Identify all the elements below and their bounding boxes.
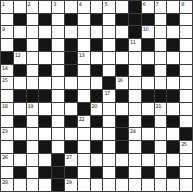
- cell-r12-c10[interactable]: [129, 154, 142, 167]
- cell-r2-c10-black: [129, 26, 142, 39]
- cell-r4-c13[interactable]: [167, 52, 180, 65]
- cell-r3-c4[interactable]: [52, 39, 65, 52]
- cell-r8-c1[interactable]: [14, 103, 27, 116]
- cell-r8-c13[interactable]: [167, 103, 180, 116]
- cell-r14-c3[interactable]: [39, 179, 52, 192]
- cell-r10-c13[interactable]: [167, 128, 180, 141]
- cell-r12-c1[interactable]: [14, 154, 27, 167]
- cell-r13-c12[interactable]: [155, 167, 168, 180]
- cell-r1-c1-black: [14, 14, 27, 27]
- cell-r7-c14[interactable]: [180, 90, 193, 103]
- cell-r1-c4[interactable]: [52, 14, 65, 27]
- cell-r0-c4[interactable]: 3: [52, 1, 65, 14]
- cell-r8-c2[interactable]: 19: [27, 103, 40, 116]
- cell-r5-c9-black: [116, 65, 129, 78]
- cell-r9-c14[interactable]: [180, 116, 193, 129]
- cell-r14-c11[interactable]: [142, 179, 155, 192]
- cell-r3-c6[interactable]: [78, 39, 91, 52]
- cell-r1-c3-black: [39, 14, 52, 27]
- cell-r7-c8[interactable]: 17: [103, 90, 116, 103]
- cell-r10-c12[interactable]: [155, 128, 168, 141]
- cell-r10-c9-black: [116, 128, 129, 141]
- cell-r5-c1-black: [14, 65, 27, 78]
- cell-r11-c2[interactable]: [27, 141, 40, 154]
- cell-r8-c6-black: [78, 103, 91, 116]
- cell-r14-c13[interactable]: [167, 179, 180, 192]
- cell-r8-c8[interactable]: [103, 103, 116, 116]
- cell-r0-c0[interactable]: 1: [1, 1, 14, 14]
- cell-r11-c8[interactable]: [103, 141, 116, 154]
- cell-r9-c11-black: [142, 116, 155, 129]
- cell-r1-c0[interactable]: [1, 14, 14, 27]
- cell-r10-c10[interactable]: 24: [129, 128, 142, 141]
- cell-r0-c2[interactable]: 2: [27, 1, 40, 14]
- clue-number-3: 3: [53, 1, 56, 7]
- cell-r13-c2[interactable]: [27, 167, 40, 180]
- cell-r2-c0[interactable]: 9: [1, 26, 14, 39]
- cell-r0-c1[interactable]: [14, 1, 27, 14]
- clue-number-27: 27: [66, 154, 71, 160]
- cell-r4-c14[interactable]: [180, 52, 193, 65]
- cell-r9-c8[interactable]: [103, 116, 116, 129]
- cell-r2-c7[interactable]: [91, 26, 104, 39]
- cell-r6-c6[interactable]: [78, 77, 91, 90]
- cell-r4-c7[interactable]: [91, 52, 104, 65]
- cell-r13-c13-black: [167, 167, 180, 180]
- cell-r13-c6[interactable]: [78, 167, 91, 180]
- cell-r9-c0[interactable]: [1, 116, 14, 129]
- cell-r7-c12-black: [155, 90, 168, 103]
- clue-number-6: 6: [143, 1, 146, 7]
- cell-r3-c1-black: [14, 39, 27, 52]
- cell-r4-c11[interactable]: [142, 52, 155, 65]
- cell-r10-c2[interactable]: [27, 128, 40, 141]
- cell-r13-c9-black: [116, 167, 129, 180]
- cell-r4-c2[interactable]: [27, 52, 40, 65]
- cell-r6-c10[interactable]: [129, 77, 142, 90]
- cell-r13-c4-black: [52, 167, 65, 180]
- cell-r1-c9-black: [116, 14, 129, 27]
- cell-r8-c11[interactable]: [142, 103, 155, 116]
- cell-r4-c5-black: [65, 52, 78, 65]
- clue-number-11: 11: [130, 39, 135, 45]
- cell-r13-c1-black: [14, 167, 27, 180]
- clue-number-9: 9: [2, 26, 5, 32]
- cell-r5-c11-black: [142, 65, 155, 78]
- clue-number-12: 12: [15, 52, 20, 58]
- cell-r8-c10[interactable]: [129, 103, 142, 116]
- cell-r5-c2[interactable]: [27, 65, 40, 78]
- cell-r14-c4-black: [52, 179, 65, 192]
- cell-r5-c0[interactable]: 14: [1, 65, 14, 78]
- cell-r6-c5[interactable]: [65, 77, 78, 90]
- cell-r3-c11-black: [142, 39, 155, 52]
- cell-r9-c4[interactable]: [52, 116, 65, 129]
- clue-number-24: 24: [130, 128, 135, 134]
- cell-r2-c8[interactable]: [103, 26, 116, 39]
- cell-r10-c6[interactable]: [78, 128, 91, 141]
- cell-r2-c1[interactable]: [14, 26, 27, 39]
- cell-r5-c3-black: [39, 65, 52, 78]
- cell-r5-c5-black: [65, 65, 78, 78]
- cell-r1-c2[interactable]: [27, 14, 40, 27]
- cell-r12-c3[interactable]: [39, 154, 52, 167]
- cell-r3-c7-black: [91, 39, 104, 52]
- cell-r13-c10[interactable]: [129, 167, 142, 180]
- cell-r11-c3-black: [39, 141, 52, 154]
- clue-number-22: 22: [79, 116, 84, 122]
- cell-r2-c12[interactable]: [155, 26, 168, 39]
- cell-r12-c14[interactable]: [180, 154, 193, 167]
- cell-r12-c13[interactable]: [167, 154, 180, 167]
- cell-r10-c5[interactable]: [65, 128, 78, 141]
- cell-r9-c3-black: [39, 116, 52, 129]
- clue-number-1: 1: [2, 1, 5, 7]
- cell-r11-c4[interactable]: [52, 141, 65, 154]
- cell-r7-c9-black: [116, 90, 129, 103]
- cell-r4-c6[interactable]: 13: [78, 52, 91, 65]
- cell-r5-c14[interactable]: [180, 65, 193, 78]
- cell-r0-c10-black: [129, 1, 142, 14]
- cell-r1-c7-black: [91, 14, 104, 27]
- cell-r7-c3-black: [39, 90, 52, 103]
- cell-r7-c13-black: [167, 90, 180, 103]
- cell-r1-c11-black: [142, 14, 155, 27]
- cell-r6-c12[interactable]: [155, 77, 168, 90]
- clue-number-7: 7: [156, 1, 159, 7]
- cell-r0-c8[interactable]: 5: [103, 1, 116, 14]
- cell-r11-c5-black: [65, 141, 78, 154]
- cell-r4-c4[interactable]: [52, 52, 65, 65]
- cell-r14-c1[interactable]: [14, 179, 27, 192]
- cell-r13-c3-black: [39, 167, 52, 180]
- cell-r13-c5-black: [65, 167, 78, 180]
- cell-r10-c4[interactable]: [52, 128, 65, 141]
- crossword-grid: 1234567891011121314151617181920212223242…: [0, 0, 193, 192]
- cell-r14-c9[interactable]: [116, 179, 129, 192]
- cell-r12-c11[interactable]: [142, 154, 155, 167]
- cell-r11-c13-black: [167, 141, 180, 154]
- cell-r12-c5[interactable]: 27: [65, 154, 78, 167]
- cell-r12-c12[interactable]: [155, 154, 168, 167]
- cell-r1-c12[interactable]: [155, 14, 168, 27]
- cell-r10-c7[interactable]: [91, 128, 104, 141]
- cell-r1-c8[interactable]: [103, 14, 116, 27]
- cell-r11-c12[interactable]: [155, 141, 168, 154]
- cell-r11-c14[interactable]: 25: [180, 141, 193, 154]
- cell-r4-c12[interactable]: [155, 52, 168, 65]
- cell-r4-c0-black: [1, 52, 14, 65]
- cell-r9-c5-black: [65, 116, 78, 129]
- cell-r9-c6[interactable]: 22: [78, 116, 91, 129]
- clue-number-10: 10: [143, 26, 148, 32]
- cell-r2-c5[interactable]: [65, 26, 78, 39]
- cell-r11-c0[interactable]: [1, 141, 14, 154]
- cell-r8-c12[interactable]: 21: [155, 103, 168, 116]
- cell-r12-c2[interactable]: [27, 154, 40, 167]
- cell-r6-c8-black: [103, 77, 116, 90]
- cell-r6-c3[interactable]: [39, 77, 52, 90]
- cell-r5-c13-black: [167, 65, 180, 78]
- cell-r6-c13[interactable]: [167, 77, 180, 90]
- cell-r9-c9-black: [116, 116, 129, 129]
- cell-r10-c14-black: [180, 128, 193, 141]
- cell-r10-c1[interactable]: [14, 128, 27, 141]
- cell-r3-c14[interactable]: [180, 39, 193, 52]
- cell-r14-c5[interactable]: 29: [65, 179, 78, 192]
- cell-r6-c9[interactable]: 16: [116, 77, 129, 90]
- cell-r12-c4-black: [52, 154, 65, 167]
- cell-r8-c4[interactable]: [52, 103, 65, 116]
- cell-r6-c4[interactable]: [52, 77, 65, 90]
- cell-r13-c8[interactable]: [103, 167, 116, 180]
- cell-r6-c1[interactable]: [14, 77, 27, 90]
- clue-number-23: 23: [2, 128, 7, 134]
- cell-r6-c11[interactable]: [142, 77, 155, 90]
- cell-r5-c8[interactable]: [103, 65, 116, 78]
- cell-r7-c7-black: [91, 90, 104, 103]
- clue-number-4: 4: [79, 1, 82, 7]
- cell-r1-c13-black: [167, 14, 180, 27]
- clue-number-8: 8: [181, 1, 184, 7]
- cell-r6-c0[interactable]: 15: [1, 77, 14, 90]
- cell-r3-c0[interactable]: [1, 39, 14, 52]
- cell-r14-c14[interactable]: [180, 179, 193, 192]
- cell-r5-c12[interactable]: [155, 65, 168, 78]
- cell-r9-c7-black: [91, 116, 104, 129]
- cell-r14-c12[interactable]: [155, 179, 168, 192]
- cell-r12-c6[interactable]: [78, 154, 91, 167]
- clue-number-25: 25: [181, 141, 186, 147]
- cell-r1-c14[interactable]: [180, 14, 193, 27]
- cell-r11-c6[interactable]: [78, 141, 91, 154]
- cell-r7-c4[interactable]: [52, 90, 65, 103]
- cell-r0-c12[interactable]: 7: [155, 1, 168, 14]
- cell-r11-c7-black: [91, 141, 104, 154]
- cell-r4-c1[interactable]: 12: [14, 52, 27, 65]
- cell-r0-c13[interactable]: [167, 1, 180, 14]
- cell-r14-c2[interactable]: [27, 179, 40, 192]
- clue-number-5: 5: [104, 1, 107, 7]
- cell-r7-c10[interactable]: [129, 90, 142, 103]
- cell-r5-c4[interactable]: [52, 65, 65, 78]
- cell-r8-c9[interactable]: [116, 103, 129, 116]
- clue-number-28: 28: [2, 179, 7, 185]
- cell-r3-c9-black: [116, 39, 129, 52]
- clue-number-14: 14: [2, 65, 7, 71]
- cell-r9-c12[interactable]: [155, 116, 168, 129]
- cell-r13-c7-black: [91, 167, 104, 180]
- cell-r2-c11[interactable]: 10: [142, 26, 155, 39]
- cell-r14-c8[interactable]: [103, 179, 116, 192]
- cell-r7-c2-black: [27, 90, 40, 103]
- cell-r9-c13-black: [167, 116, 180, 129]
- cell-r2-c6[interactable]: [78, 26, 91, 39]
- cell-r1-c5-black: [65, 14, 78, 27]
- clue-number-26: 26: [2, 154, 7, 160]
- cell-r11-c11-black: [142, 141, 155, 154]
- cell-r13-c11-black: [142, 167, 155, 180]
- clue-number-20: 20: [92, 103, 97, 109]
- cell-r2-c9[interactable]: [116, 26, 129, 39]
- cell-r4-c8[interactable]: [103, 52, 116, 65]
- cell-r4-c3[interactable]: [39, 52, 52, 65]
- cell-r7-c5-black: [65, 90, 78, 103]
- cell-r3-c13-black: [167, 39, 180, 52]
- cell-r6-c2[interactable]: [27, 77, 40, 90]
- cell-r9-c2[interactable]: [27, 116, 40, 129]
- cell-r2-c3[interactable]: [39, 26, 52, 39]
- cell-r10-c11[interactable]: [142, 128, 155, 141]
- cell-r1-c10-black: [129, 14, 142, 27]
- cell-r13-c0[interactable]: [1, 167, 14, 180]
- cell-r14-c10[interactable]: [129, 179, 142, 192]
- cell-r14-c6[interactable]: [78, 179, 91, 192]
- cell-r0-c7[interactable]: [91, 1, 104, 14]
- cell-r2-c2[interactable]: [27, 26, 40, 39]
- cell-r0-c14[interactable]: 8: [180, 1, 193, 14]
- cell-r7-c1-black: [14, 90, 27, 103]
- cell-r10-c8[interactable]: [103, 128, 116, 141]
- clue-number-15: 15: [2, 77, 7, 83]
- cell-r3-c12[interactable]: [155, 39, 168, 52]
- cell-r2-c14[interactable]: [180, 26, 193, 39]
- cell-r11-c9-black: [116, 141, 129, 154]
- cell-r7-c6[interactable]: [78, 90, 91, 103]
- clue-number-21: 21: [156, 103, 161, 109]
- cell-r3-c2[interactable]: [27, 39, 40, 52]
- clue-number-29: 29: [66, 179, 71, 185]
- cell-r8-c5[interactable]: [65, 103, 78, 116]
- clue-number-19: 19: [28, 103, 33, 109]
- cell-r0-c3[interactable]: [39, 1, 52, 14]
- cell-r11-c10[interactable]: [129, 141, 142, 154]
- cell-r7-c11-black: [142, 90, 155, 103]
- cell-r6-c14[interactable]: [180, 77, 193, 90]
- cell-r12-c7[interactable]: [91, 154, 104, 167]
- cell-r5-c6[interactable]: [78, 65, 91, 78]
- cell-r3-c3-black: [39, 39, 52, 52]
- cell-r0-c9[interactable]: [116, 1, 129, 14]
- cell-r8-c3[interactable]: [39, 103, 52, 116]
- cell-r9-c1-black: [14, 116, 27, 129]
- cell-r0-c6[interactable]: 4: [78, 1, 91, 14]
- cell-r0-c11[interactable]: 6: [142, 1, 155, 14]
- cell-r2-c13[interactable]: [167, 26, 180, 39]
- cell-r5-c10[interactable]: [129, 65, 142, 78]
- cell-r9-c10[interactable]: [129, 116, 142, 129]
- cell-r12-c0[interactable]: 26: [1, 154, 14, 167]
- cell-r3-c8[interactable]: [103, 39, 116, 52]
- clue-number-13: 13: [79, 52, 84, 58]
- clue-number-18: 18: [2, 103, 7, 109]
- cell-r5-c7-black: [91, 65, 104, 78]
- cell-r14-c0[interactable]: 28: [1, 179, 14, 192]
- cell-r7-c0[interactable]: [1, 90, 14, 103]
- cell-r1-c6[interactable]: [78, 14, 91, 27]
- cell-r13-c14[interactable]: [180, 167, 193, 180]
- cell-r8-c14[interactable]: [180, 103, 193, 116]
- cell-r8-c7[interactable]: 20: [91, 103, 104, 116]
- cell-r14-c7[interactable]: [91, 179, 104, 192]
- cell-r10-c0[interactable]: 23: [1, 128, 14, 141]
- clue-number-2: 2: [28, 1, 31, 7]
- cell-r3-c10[interactable]: 11: [129, 39, 142, 52]
- clue-number-17: 17: [104, 90, 109, 96]
- cell-r0-c5[interactable]: [65, 1, 78, 14]
- cell-r6-c7[interactable]: [91, 77, 104, 90]
- cell-r10-c3[interactable]: [39, 128, 52, 141]
- cell-r11-c1-black: [14, 141, 27, 154]
- cell-r4-c9[interactable]: [116, 52, 129, 65]
- cell-r12-c9[interactable]: [116, 154, 129, 167]
- cell-r12-c8[interactable]: [103, 154, 116, 167]
- clue-number-16: 16: [117, 77, 122, 83]
- cell-r2-c4[interactable]: [52, 26, 65, 39]
- cell-r4-c10[interactable]: [129, 52, 142, 65]
- cell-r3-c5-black: [65, 39, 78, 52]
- cell-r8-c0[interactable]: 18: [1, 103, 14, 116]
